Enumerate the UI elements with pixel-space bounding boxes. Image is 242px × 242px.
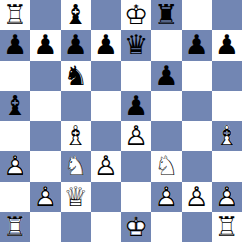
white-rook-piece: ♜♖	[0, 0, 30, 30]
square-d5[interactable]	[91, 91, 121, 121]
square-b3[interactable]	[30, 151, 60, 181]
black-pawn-piece: ♟	[30, 30, 60, 60]
white-pawn-glyph: ♙	[182, 182, 212, 212]
white-queen-piece: ♛♕	[61, 182, 91, 212]
square-b5[interactable]	[30, 91, 60, 121]
white-king-glyph: ♔	[121, 212, 151, 242]
black-queen-glyph: ♛	[121, 30, 151, 60]
square-f5[interactable]	[151, 91, 181, 121]
white-pawn-piece: ♟♙	[182, 182, 212, 212]
square-c6[interactable]: ♞	[61, 61, 91, 91]
square-b7[interactable]: ♟	[30, 30, 60, 60]
square-a3[interactable]: ♟♙	[0, 151, 30, 181]
square-a2[interactable]	[0, 182, 30, 212]
square-a7[interactable]: ♟	[0, 30, 30, 60]
white-king-piece: ♚♔	[121, 212, 151, 242]
square-d6[interactable]	[91, 61, 121, 91]
black-pawn-piece: ♟	[91, 30, 121, 60]
square-a8[interactable]: ♜♖	[0, 0, 30, 30]
square-a4[interactable]	[0, 121, 30, 151]
square-d8[interactable]	[91, 0, 121, 30]
square-c1[interactable]	[61, 212, 91, 242]
square-c2[interactable]: ♛♕	[61, 182, 91, 212]
square-c3[interactable]: ♞♘	[61, 151, 91, 181]
square-b4[interactable]	[30, 121, 60, 151]
square-h4[interactable]: ♝♗	[212, 121, 242, 151]
square-c5[interactable]	[61, 91, 91, 121]
white-bishop-glyph: ♗	[61, 121, 91, 151]
square-d3[interactable]: ♟♙	[91, 151, 121, 181]
square-f2[interactable]: ♟♙	[151, 182, 181, 212]
square-f3[interactable]: ♞♘	[151, 151, 181, 181]
square-f1[interactable]	[151, 212, 181, 242]
white-pawn-glyph: ♙	[30, 182, 60, 212]
square-d7[interactable]: ♟	[91, 30, 121, 60]
square-e6[interactable]	[121, 61, 151, 91]
square-e7[interactable]: ♛	[121, 30, 151, 60]
square-g2[interactable]: ♟♙	[182, 182, 212, 212]
square-b2[interactable]: ♟♙	[30, 182, 60, 212]
square-g1[interactable]	[182, 212, 212, 242]
black-bishop-piece: ♝	[0, 91, 30, 121]
white-queen-glyph: ♕	[61, 182, 91, 212]
white-pawn-piece: ♟♙	[121, 121, 151, 151]
square-h7[interactable]: ♟	[212, 30, 242, 60]
white-rook-glyph: ♖	[0, 212, 30, 242]
black-pawn-glyph: ♟	[91, 30, 121, 60]
square-e4[interactable]: ♟♙	[121, 121, 151, 151]
white-rook-piece: ♜♖	[212, 212, 242, 242]
black-rook-glyph: ♜	[151, 0, 181, 30]
white-pawn-piece: ♟♙	[212, 182, 242, 212]
square-h5[interactable]	[212, 91, 242, 121]
square-e5[interactable]: ♟	[121, 91, 151, 121]
white-pawn-piece: ♟♙	[0, 151, 30, 181]
black-pawn-glyph: ♟	[0, 30, 30, 60]
square-e2[interactable]	[121, 182, 151, 212]
square-a5[interactable]: ♝	[0, 91, 30, 121]
square-h2[interactable]: ♟♙	[212, 182, 242, 212]
white-pawn-piece: ♟♙	[151, 182, 181, 212]
square-d4[interactable]	[91, 121, 121, 151]
square-h3[interactable]	[212, 151, 242, 181]
black-bishop-glyph: ♝	[0, 91, 30, 121]
square-a1[interactable]: ♜♖	[0, 212, 30, 242]
square-h1[interactable]: ♜♖	[212, 212, 242, 242]
square-f7[interactable]	[151, 30, 181, 60]
black-pawn-glyph: ♟	[61, 30, 91, 60]
square-g6[interactable]	[182, 61, 212, 91]
white-pawn-glyph: ♙	[151, 182, 181, 212]
black-pawn-glyph: ♟	[30, 30, 60, 60]
white-rook-glyph: ♖	[212, 212, 242, 242]
white-pawn-glyph: ♙	[91, 151, 121, 181]
square-a6[interactable]	[0, 61, 30, 91]
square-g5[interactable]	[182, 91, 212, 121]
black-rook-piece: ♜	[151, 0, 181, 30]
square-g7[interactable]: ♟	[182, 30, 212, 60]
white-bishop-piece: ♝♗	[212, 121, 242, 151]
white-knight-glyph: ♘	[151, 151, 181, 181]
square-g8[interactable]	[182, 0, 212, 30]
black-knight-piece: ♞	[61, 61, 91, 91]
square-f6[interactable]: ♟	[151, 61, 181, 91]
square-h8[interactable]	[212, 0, 242, 30]
square-d1[interactable]	[91, 212, 121, 242]
square-c7[interactable]: ♟	[61, 30, 91, 60]
square-b6[interactable]	[30, 61, 60, 91]
black-pawn-glyph: ♟	[151, 61, 181, 91]
square-e8[interactable]: ♚♔	[121, 0, 151, 30]
square-c8[interactable]: ♝	[61, 0, 91, 30]
white-knight-piece: ♞♘	[151, 151, 181, 181]
chess-board: ♜♖♝♚♔♜♟♟♟♟♛♟♟♞♟♝♟♝♗♟♙♝♗♟♙♞♘♟♙♞♘♟♙♛♕♟♙♟♙♟…	[0, 0, 242, 242]
square-d2[interactable]	[91, 182, 121, 212]
black-bishop-piece: ♝	[61, 0, 91, 30]
square-c4[interactable]: ♝♗	[61, 121, 91, 151]
black-pawn-glyph: ♟	[121, 91, 151, 121]
white-rook-piece: ♜♖	[0, 212, 30, 242]
black-queen-piece: ♛	[121, 30, 151, 60]
black-knight-glyph: ♞	[61, 61, 91, 91]
white-pawn-piece: ♟♙	[91, 151, 121, 181]
white-bishop-glyph: ♗	[212, 121, 242, 151]
white-knight-glyph: ♘	[61, 151, 91, 181]
black-pawn-glyph: ♟	[182, 30, 212, 60]
square-g4[interactable]	[182, 121, 212, 151]
black-pawn-piece: ♟	[61, 30, 91, 60]
white-bishop-piece: ♝♗	[61, 121, 91, 151]
white-pawn-glyph: ♙	[0, 151, 30, 181]
square-b1[interactable]	[30, 212, 60, 242]
black-pawn-piece: ♟	[212, 30, 242, 60]
black-pawn-piece: ♟	[0, 30, 30, 60]
square-f8[interactable]: ♜	[151, 0, 181, 30]
white-knight-piece: ♞♘	[61, 151, 91, 181]
square-f4[interactable]	[151, 121, 181, 151]
black-pawn-piece: ♟	[182, 30, 212, 60]
white-king-glyph: ♔	[121, 0, 151, 30]
white-king-piece: ♚♔	[121, 0, 151, 30]
square-g3[interactable]	[182, 151, 212, 181]
black-bishop-glyph: ♝	[61, 0, 91, 30]
black-pawn-piece: ♟	[121, 91, 151, 121]
square-e3[interactable]	[121, 151, 151, 181]
square-e1[interactable]: ♚♔	[121, 212, 151, 242]
square-h6[interactable]	[212, 61, 242, 91]
black-pawn-piece: ♟	[151, 61, 181, 91]
white-pawn-glyph: ♙	[212, 182, 242, 212]
white-rook-glyph: ♖	[0, 0, 30, 30]
white-pawn-piece: ♟♙	[30, 182, 60, 212]
white-pawn-glyph: ♙	[121, 121, 151, 151]
square-b8[interactable]	[30, 0, 60, 30]
black-pawn-glyph: ♟	[212, 30, 242, 60]
